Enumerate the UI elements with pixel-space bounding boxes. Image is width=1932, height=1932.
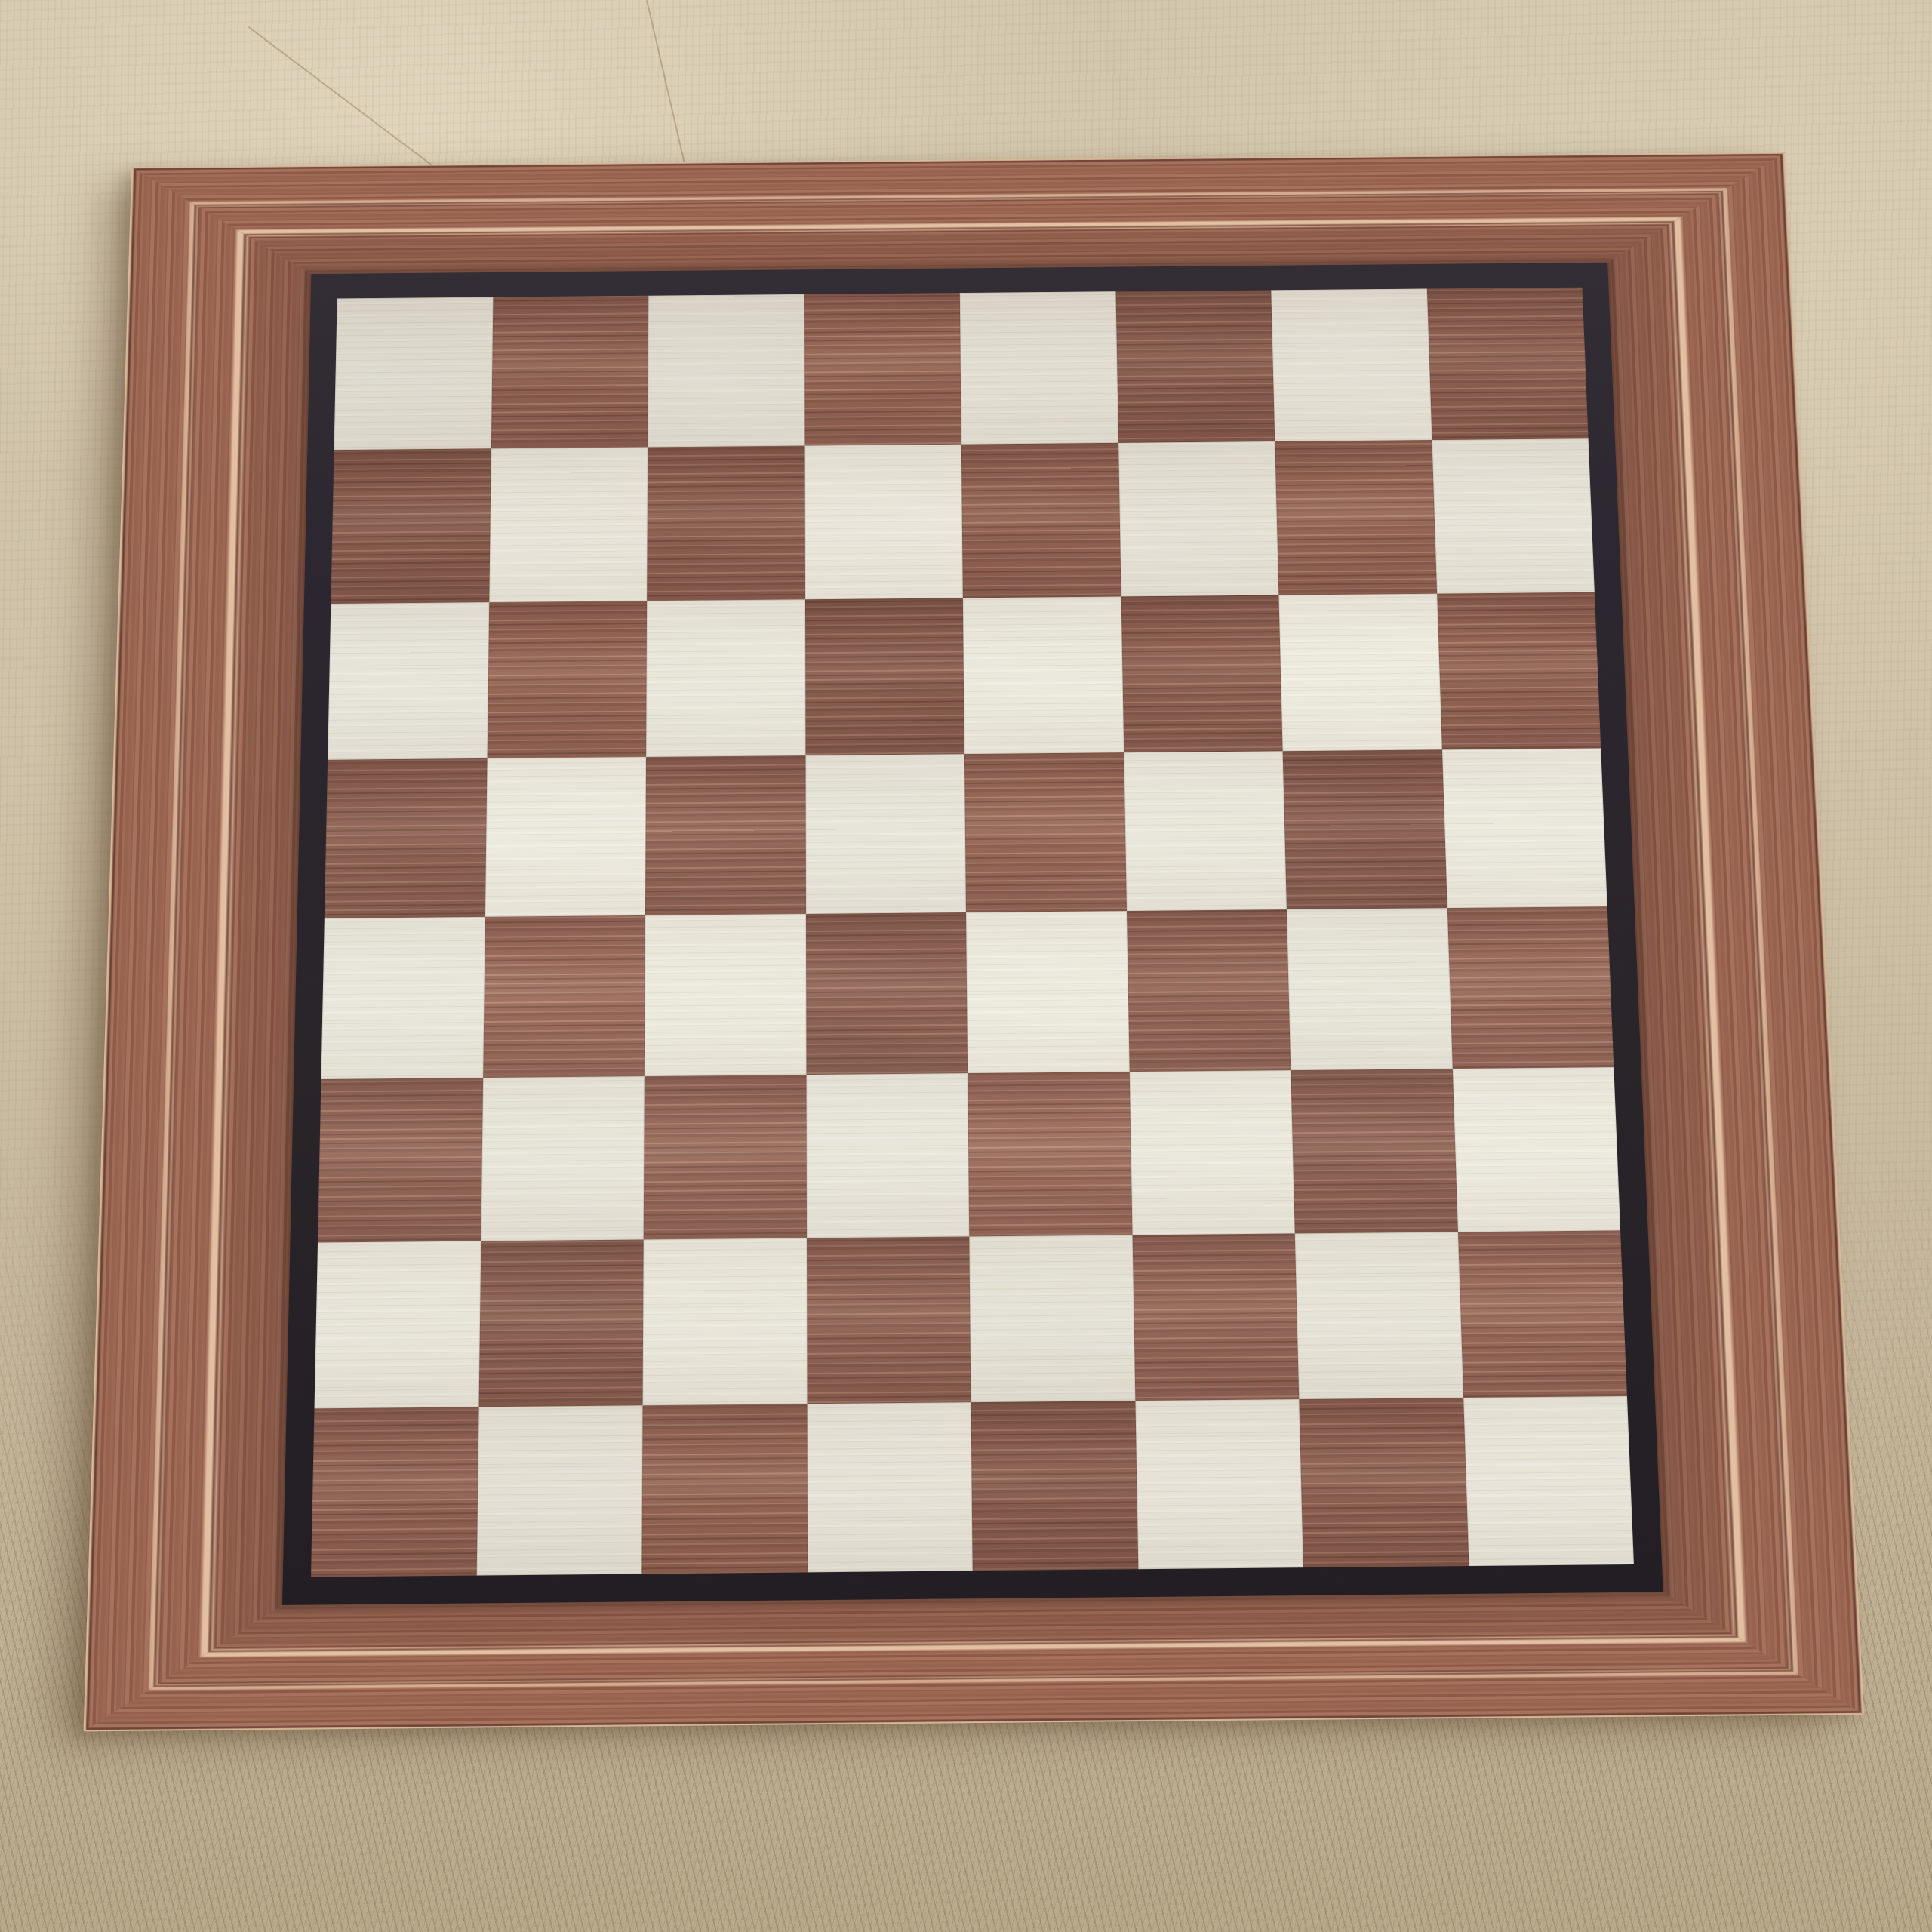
square-d1[interactable] [807,1402,973,1572]
square-a8[interactable] [334,297,493,451]
square-a3[interactable] [318,1078,483,1242]
square-d3[interactable] [806,1073,969,1238]
square-c1[interactable] [641,1404,807,1574]
square-e1[interactable] [971,1401,1137,1571]
square-e5[interactable] [964,752,1127,912]
square-d5[interactable] [805,754,966,914]
square-g3[interactable] [1291,1069,1457,1233]
square-a7[interactable] [331,448,491,604]
square-g4[interactable] [1287,908,1452,1070]
frame-top [128,152,1790,275]
square-a6[interactable] [328,602,489,760]
square-h4[interactable] [1447,906,1614,1069]
square-h3[interactable] [1452,1067,1620,1232]
square-g6[interactable] [1278,594,1441,752]
board-grid [311,288,1634,1577]
square-e3[interactable] [968,1072,1132,1236]
square-d8[interactable] [804,293,961,446]
square-c4[interactable] [645,914,806,1076]
square-b2[interactable] [478,1239,644,1407]
square-g8[interactable] [1271,288,1432,441]
square-h6[interactable] [1437,592,1601,750]
square-b5[interactable] [485,757,646,917]
square-e6[interactable] [963,596,1124,754]
square-e7[interactable] [961,443,1121,598]
square-c7[interactable] [647,446,804,601]
square-e4[interactable] [966,911,1129,1073]
square-h1[interactable] [1463,1396,1634,1566]
square-g2[interactable] [1295,1232,1463,1399]
square-b8[interactable] [491,296,648,449]
square-f8[interactable] [1115,290,1275,443]
square-b6[interactable] [487,601,647,758]
square-g1[interactable] [1299,1398,1469,1567]
photo-scene [0,0,1932,1932]
square-g7[interactable] [1275,440,1436,595]
square-b3[interactable] [481,1076,645,1241]
square-f1[interactable] [1135,1399,1303,1569]
square-c8[interactable] [648,294,804,448]
square-f2[interactable] [1132,1233,1299,1401]
square-f3[interactable] [1129,1070,1295,1235]
square-b7[interactable] [489,447,648,602]
square-f7[interactable] [1118,441,1279,597]
square-d6[interactable] [805,598,964,755]
square-h8[interactable] [1426,288,1588,440]
square-f4[interactable] [1126,909,1291,1072]
square-a5[interactable] [325,758,487,918]
square-c2[interactable] [643,1238,807,1405]
square-g5[interactable] [1283,749,1447,909]
frame-bottom [84,1590,1864,1731]
square-c5[interactable] [645,755,806,915]
square-e2[interactable] [969,1235,1135,1402]
square-f5[interactable] [1124,751,1287,911]
board-border [282,263,1663,1605]
square-h5[interactable] [1441,748,1607,908]
square-d7[interactable] [804,445,963,600]
square-a4[interactable] [321,917,485,1079]
square-c6[interactable] [646,599,805,757]
square-c3[interactable] [644,1075,807,1239]
square-h7[interactable] [1432,438,1595,593]
square-h2[interactable] [1457,1230,1627,1398]
square-d4[interactable] [805,912,968,1075]
square-b1[interactable] [476,1405,642,1575]
square-f6[interactable] [1121,595,1282,753]
square-b4[interactable] [483,915,645,1078]
square-d2[interactable] [807,1236,971,1404]
square-a1[interactable] [311,1407,478,1577]
chess-board [84,152,1864,1731]
square-a2[interactable] [314,1241,480,1409]
square-e8[interactable] [960,291,1118,445]
